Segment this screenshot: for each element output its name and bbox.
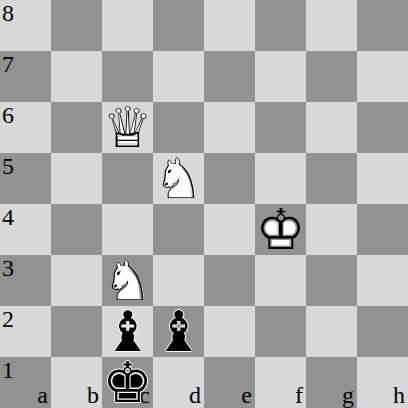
rank-label-1: 1 xyxy=(2,358,14,382)
square-c6[interactable]: ♛♕ xyxy=(102,102,153,153)
file-label-a: a xyxy=(37,383,48,407)
square-e3[interactable] xyxy=(204,255,255,306)
square-e2[interactable] xyxy=(204,306,255,357)
square-e4[interactable] xyxy=(204,204,255,255)
rank-label-8: 8 xyxy=(2,1,14,25)
square-c1[interactable]: c♚ xyxy=(102,357,153,408)
square-g1[interactable]: g xyxy=(306,357,357,408)
square-a3[interactable]: 3 xyxy=(0,255,51,306)
square-f2[interactable] xyxy=(255,306,306,357)
chess-board: 876♛♕5♞♘4♚♔3♞♘2♝♝1abc♚defgh xyxy=(0,0,408,408)
square-d7[interactable] xyxy=(153,51,204,102)
square-d2[interactable]: ♝ xyxy=(153,306,204,357)
square-a5[interactable]: 5 xyxy=(0,153,51,204)
file-label-e: e xyxy=(241,383,252,407)
square-d4[interactable] xyxy=(153,204,204,255)
square-f1[interactable]: f xyxy=(255,357,306,408)
square-h4[interactable] xyxy=(357,204,408,255)
white-knight-outline-glyph: ♘ xyxy=(153,153,204,204)
square-d1[interactable]: d xyxy=(153,357,204,408)
black-king-glyph: ♚ xyxy=(102,357,153,408)
square-d8[interactable] xyxy=(153,0,204,51)
piece-white-king-f4[interactable]: ♚♔ xyxy=(255,204,306,255)
square-f8[interactable] xyxy=(255,0,306,51)
square-h5[interactable] xyxy=(357,153,408,204)
square-f4[interactable]: ♚♔ xyxy=(255,204,306,255)
square-f7[interactable] xyxy=(255,51,306,102)
square-h1[interactable]: h xyxy=(357,357,408,408)
square-f3[interactable] xyxy=(255,255,306,306)
square-g5[interactable] xyxy=(306,153,357,204)
square-f6[interactable] xyxy=(255,102,306,153)
rank-label-6: 6 xyxy=(2,103,14,127)
square-g7[interactable] xyxy=(306,51,357,102)
square-g3[interactable] xyxy=(306,255,357,306)
square-a4[interactable]: 4 xyxy=(0,204,51,255)
file-label-f: f xyxy=(295,383,303,407)
square-c5[interactable] xyxy=(102,153,153,204)
rank-label-7: 7 xyxy=(2,52,14,76)
square-e7[interactable] xyxy=(204,51,255,102)
file-label-g: g xyxy=(342,383,354,407)
file-label-h: h xyxy=(393,383,405,407)
square-h6[interactable] xyxy=(357,102,408,153)
square-b2[interactable] xyxy=(51,306,102,357)
square-g4[interactable] xyxy=(306,204,357,255)
square-b1[interactable]: b xyxy=(51,357,102,408)
square-b6[interactable] xyxy=(51,102,102,153)
square-b8[interactable] xyxy=(51,0,102,51)
square-h3[interactable] xyxy=(357,255,408,306)
rank-label-3: 3 xyxy=(2,256,14,280)
rank-label-4: 4 xyxy=(2,205,14,229)
square-b7[interactable] xyxy=(51,51,102,102)
square-e1[interactable]: e xyxy=(204,357,255,408)
piece-white-queen-c6[interactable]: ♛♕ xyxy=(102,102,153,153)
piece-black-bishop-d2[interactable]: ♝ xyxy=(153,306,204,357)
piece-black-king-c1[interactable]: ♚ xyxy=(102,357,153,408)
square-b4[interactable] xyxy=(51,204,102,255)
square-h8[interactable] xyxy=(357,0,408,51)
square-g2[interactable] xyxy=(306,306,357,357)
square-e5[interactable] xyxy=(204,153,255,204)
square-a7[interactable]: 7 xyxy=(0,51,51,102)
file-label-d: d xyxy=(189,383,201,407)
chess-board-container: 876♛♕5♞♘4♚♔3♞♘2♝♝1abc♚defgh xyxy=(0,0,408,408)
square-b3[interactable] xyxy=(51,255,102,306)
white-king-outline-glyph: ♔ xyxy=(255,204,306,255)
square-g6[interactable] xyxy=(306,102,357,153)
square-e8[interactable] xyxy=(204,0,255,51)
piece-white-knight-d5[interactable]: ♞♘ xyxy=(153,153,204,204)
square-a8[interactable]: 8 xyxy=(0,0,51,51)
rank-label-5: 5 xyxy=(2,154,14,178)
square-a6[interactable]: 6 xyxy=(0,102,51,153)
square-c8[interactable] xyxy=(102,0,153,51)
square-g8[interactable] xyxy=(306,0,357,51)
square-a2[interactable]: 2 xyxy=(0,306,51,357)
square-e6[interactable] xyxy=(204,102,255,153)
square-h7[interactable] xyxy=(357,51,408,102)
square-a1[interactable]: 1a xyxy=(0,357,51,408)
black-bishop-glyph: ♝ xyxy=(153,306,204,357)
file-label-b: b xyxy=(87,383,99,407)
rank-label-2: 2 xyxy=(2,307,14,331)
square-b5[interactable] xyxy=(51,153,102,204)
white-queen-outline-glyph: ♕ xyxy=(102,102,153,153)
square-h2[interactable] xyxy=(357,306,408,357)
square-d5[interactable]: ♞♘ xyxy=(153,153,204,204)
